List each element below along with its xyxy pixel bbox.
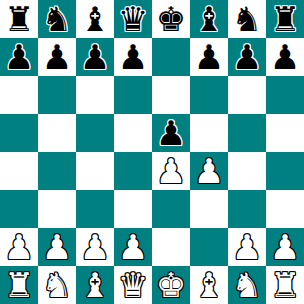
square-g8[interactable]: ♞ [228, 0, 266, 38]
square-a4[interactable] [0, 152, 38, 190]
square-c1[interactable]: ♝ [76, 266, 114, 304]
white-queen-piece[interactable]: ♛ [118, 266, 148, 304]
square-f1[interactable]: ♝ [190, 266, 228, 304]
square-f3[interactable] [190, 190, 228, 228]
square-e8[interactable]: ♚ [152, 0, 190, 38]
square-f6[interactable] [190, 76, 228, 114]
white-pawn-piece[interactable]: ♟ [270, 228, 300, 266]
square-h2[interactable]: ♟ [266, 228, 304, 266]
black-rook-piece[interactable]: ♜ [4, 0, 34, 38]
square-c4[interactable] [76, 152, 114, 190]
white-bishop-piece[interactable]: ♝ [194, 266, 224, 304]
square-e6[interactable] [152, 76, 190, 114]
square-c7[interactable]: ♟ [76, 38, 114, 76]
square-b6[interactable] [38, 76, 76, 114]
black-pawn-piece[interactable]: ♟ [4, 38, 34, 76]
square-b1[interactable]: ♞ [38, 266, 76, 304]
square-d3[interactable] [114, 190, 152, 228]
square-d7[interactable]: ♟ [114, 38, 152, 76]
black-pawn-piece[interactable]: ♟ [270, 38, 300, 76]
black-knight-piece[interactable]: ♞ [42, 0, 72, 38]
white-rook-piece[interactable]: ♜ [4, 266, 34, 304]
square-g4[interactable] [228, 152, 266, 190]
square-f4[interactable]: ♟ [190, 152, 228, 190]
white-pawn-piece[interactable]: ♟ [232, 228, 262, 266]
square-e1[interactable]: ♚ [152, 266, 190, 304]
square-g5[interactable] [228, 114, 266, 152]
white-pawn-piece[interactable]: ♟ [4, 228, 34, 266]
square-h5[interactable] [266, 114, 304, 152]
square-h4[interactable] [266, 152, 304, 190]
square-b7[interactable]: ♟ [38, 38, 76, 76]
square-a3[interactable] [0, 190, 38, 228]
square-e5[interactable]: ♟ [152, 114, 190, 152]
square-e3[interactable] [152, 190, 190, 228]
square-g7[interactable]: ♟ [228, 38, 266, 76]
white-pawn-piece[interactable]: ♟ [156, 152, 186, 190]
square-g3[interactable] [228, 190, 266, 228]
square-h7[interactable]: ♟ [266, 38, 304, 76]
black-pawn-piece[interactable]: ♟ [194, 38, 224, 76]
square-b3[interactable] [38, 190, 76, 228]
black-pawn-piece[interactable]: ♟ [42, 38, 72, 76]
square-g6[interactable] [228, 76, 266, 114]
square-f8[interactable]: ♝ [190, 0, 228, 38]
square-c6[interactable] [76, 76, 114, 114]
square-a5[interactable] [0, 114, 38, 152]
square-c3[interactable] [76, 190, 114, 228]
square-d6[interactable] [114, 76, 152, 114]
square-g2[interactable]: ♟ [228, 228, 266, 266]
white-knight-piece[interactable]: ♞ [42, 266, 72, 304]
black-king-piece[interactable]: ♚ [156, 0, 186, 38]
square-b8[interactable]: ♞ [38, 0, 76, 38]
white-bishop-piece[interactable]: ♝ [80, 266, 110, 304]
square-d2[interactable]: ♟ [114, 228, 152, 266]
black-knight-piece[interactable]: ♞ [232, 0, 262, 38]
square-b4[interactable] [38, 152, 76, 190]
square-h6[interactable] [266, 76, 304, 114]
square-d8[interactable]: ♛ [114, 0, 152, 38]
white-knight-piece[interactable]: ♞ [232, 266, 262, 304]
square-a7[interactable]: ♟ [0, 38, 38, 76]
square-e2[interactable] [152, 228, 190, 266]
chess-board: ♜♞♝♛♚♝♞♜♟♟♟♟♟♟♟♟♟♟♟♟♟♟♟♟♜♞♝♛♚♝♞♜ [0, 0, 304, 304]
white-king-piece[interactable]: ♚ [156, 266, 186, 304]
square-h3[interactable] [266, 190, 304, 228]
black-pawn-piece[interactable]: ♟ [118, 38, 148, 76]
square-f5[interactable] [190, 114, 228, 152]
square-e4[interactable]: ♟ [152, 152, 190, 190]
square-c5[interactable] [76, 114, 114, 152]
black-pawn-piece[interactable]: ♟ [80, 38, 110, 76]
square-f2[interactable] [190, 228, 228, 266]
square-d5[interactable] [114, 114, 152, 152]
black-bishop-piece[interactable]: ♝ [80, 0, 110, 38]
square-a6[interactable] [0, 76, 38, 114]
white-pawn-piece[interactable]: ♟ [80, 228, 110, 266]
square-h8[interactable]: ♜ [266, 0, 304, 38]
square-d1[interactable]: ♛ [114, 266, 152, 304]
square-b5[interactable] [38, 114, 76, 152]
square-c2[interactable]: ♟ [76, 228, 114, 266]
black-queen-piece[interactable]: ♛ [118, 0, 148, 38]
square-a2[interactable]: ♟ [0, 228, 38, 266]
black-rook-piece[interactable]: ♜ [270, 0, 300, 38]
square-d4[interactable] [114, 152, 152, 190]
white-pawn-piece[interactable]: ♟ [42, 228, 72, 266]
square-f7[interactable]: ♟ [190, 38, 228, 76]
square-a1[interactable]: ♜ [0, 266, 38, 304]
square-b2[interactable]: ♟ [38, 228, 76, 266]
white-pawn-piece[interactable]: ♟ [118, 228, 148, 266]
square-a8[interactable]: ♜ [0, 0, 38, 38]
square-g1[interactable]: ♞ [228, 266, 266, 304]
square-c8[interactable]: ♝ [76, 0, 114, 38]
square-h1[interactable]: ♜ [266, 266, 304, 304]
white-pawn-piece[interactable]: ♟ [194, 152, 224, 190]
black-bishop-piece[interactable]: ♝ [194, 0, 224, 38]
black-pawn-piece[interactable]: ♟ [232, 38, 262, 76]
square-e7[interactable] [152, 38, 190, 76]
black-pawn-piece[interactable]: ♟ [156, 114, 186, 152]
white-rook-piece[interactable]: ♜ [270, 266, 300, 304]
